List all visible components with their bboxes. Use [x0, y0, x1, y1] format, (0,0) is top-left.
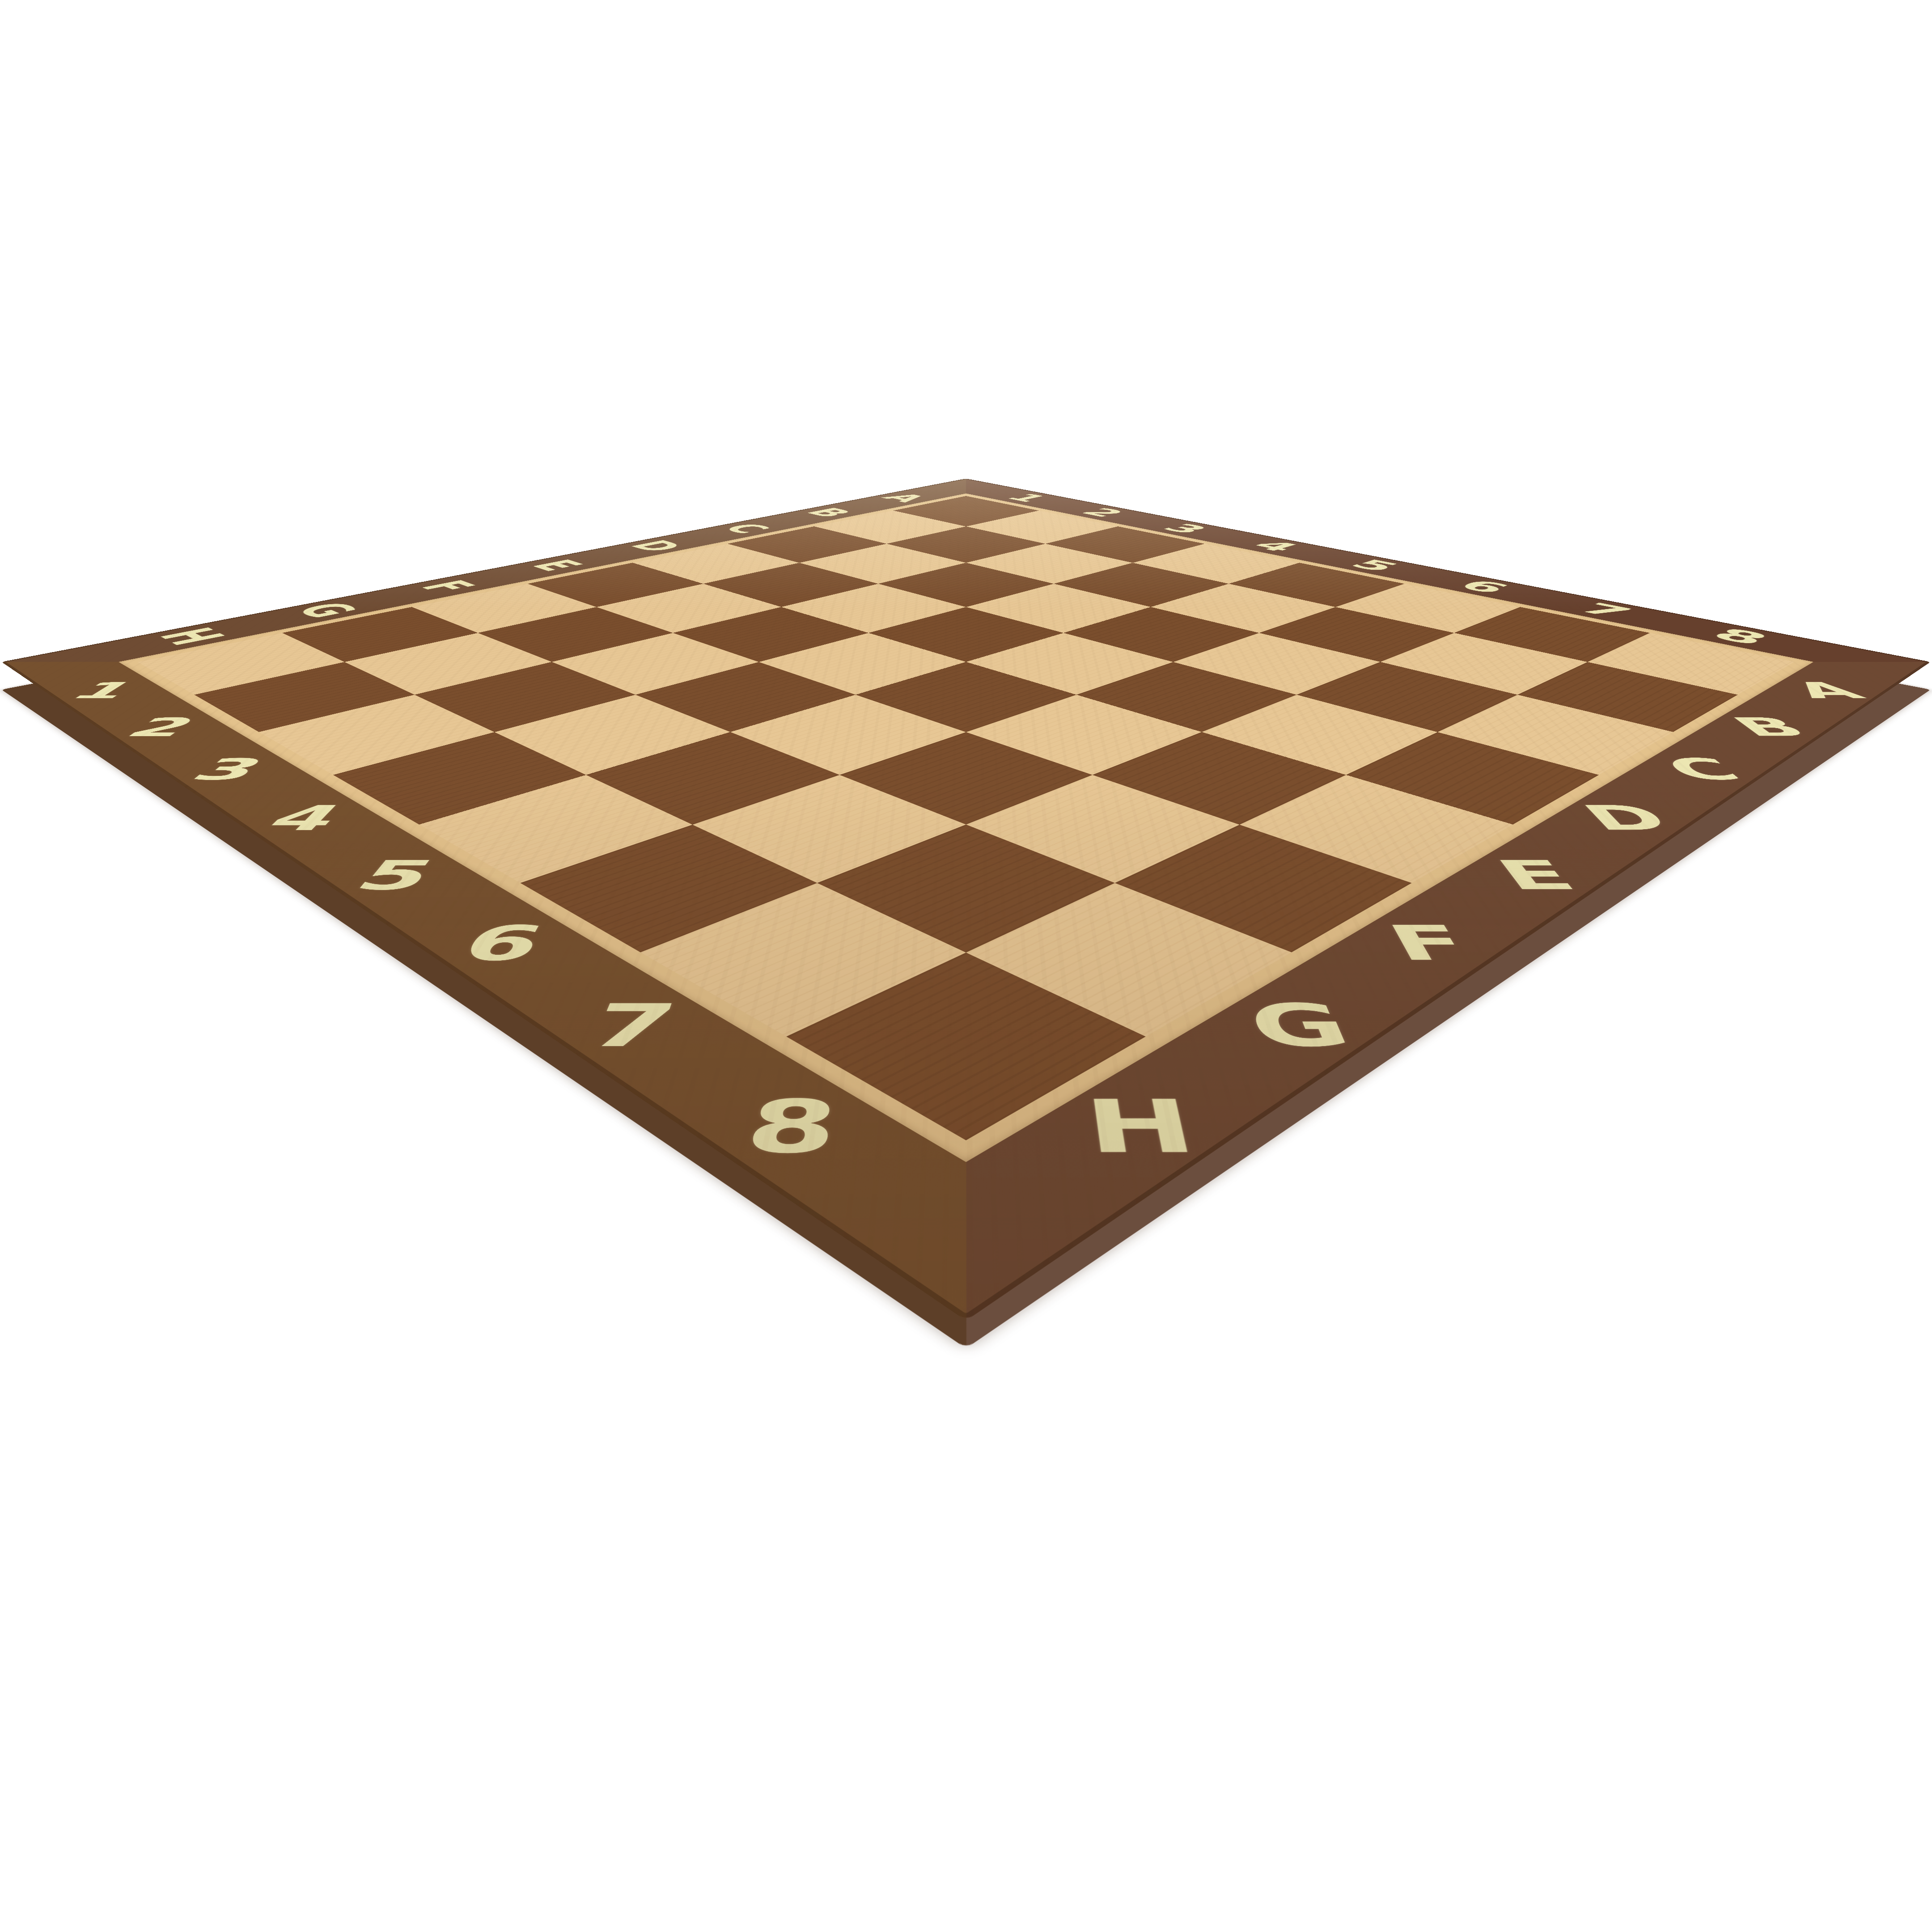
coordinate-label: G — [1242, 996, 1359, 1055]
coordinate-label: C — [1657, 755, 1751, 784]
coordinate-label: E — [1488, 856, 1585, 896]
coordinate-label: 1 — [1000, 492, 1054, 504]
coordinate-label: D — [1574, 801, 1681, 835]
coordinate-label: A — [1783, 679, 1873, 702]
coordinate-label: H — [1081, 1091, 1202, 1164]
coordinate-label: B — [1724, 715, 1817, 740]
coordinate-label: F — [1380, 919, 1479, 968]
coordinate-label: 6 — [452, 919, 552, 968]
coordinate-label: 3 — [182, 755, 274, 784]
photo-background: 12345678 12345678 ABCDEFGH ABCDEFGH — [0, 0, 1932, 1932]
coordinate-label: 2 — [118, 715, 206, 740]
coordinate-label: 8 — [740, 1091, 842, 1164]
coordinate-label: 5 — [346, 856, 444, 896]
coordinate-label: 2 — [1075, 507, 1131, 519]
coordinate-label: 1 — [61, 679, 146, 702]
board-scene: 12345678 12345678 ABCDEFGH ABCDEFGH — [0, 0, 1932, 1932]
coordinate-label: 4 — [258, 801, 352, 835]
chess-board: 12345678 12345678 ABCDEFGH ABCDEFGH — [1, 479, 1930, 1321]
coordinate-label: 7 — [580, 996, 682, 1055]
